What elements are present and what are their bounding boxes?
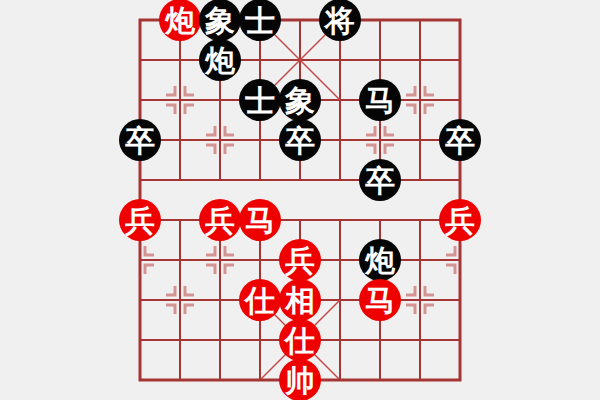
black-cannon-piece[interactable]: 炮 bbox=[199, 39, 241, 81]
point-marker bbox=[425, 305, 434, 314]
red-advisor-piece[interactable]: 仕 bbox=[279, 319, 321, 361]
point-marker bbox=[185, 105, 194, 114]
black-soldier-piece[interactable]: 卒 bbox=[279, 119, 321, 161]
point-marker bbox=[406, 286, 415, 295]
red-soldier-piece[interactable]: 兵 bbox=[119, 199, 161, 241]
xiangqi-board: 炮象士将炮士象马卒卒卒卒兵兵马兵兵炮仕相马仕帅 bbox=[0, 0, 600, 400]
black-soldier-piece[interactable]: 卒 bbox=[119, 119, 161, 161]
point-marker bbox=[225, 126, 234, 135]
black-advisor-piece[interactable]: 士 bbox=[239, 79, 281, 121]
point-marker bbox=[425, 105, 434, 114]
point-marker bbox=[145, 265, 154, 274]
point-marker bbox=[366, 145, 375, 154]
point-marker bbox=[185, 305, 194, 314]
point-marker bbox=[385, 126, 394, 135]
point-marker bbox=[406, 305, 415, 314]
point-marker bbox=[446, 246, 455, 255]
point-marker bbox=[206, 145, 215, 154]
red-soldier-piece[interactable]: 兵 bbox=[279, 239, 321, 281]
point-marker bbox=[166, 86, 175, 95]
point-marker bbox=[206, 246, 215, 255]
point-marker bbox=[145, 246, 154, 255]
black-general-piece[interactable]: 将 bbox=[319, 0, 361, 41]
black-soldier-piece[interactable]: 卒 bbox=[439, 119, 481, 161]
black-elephant-piece[interactable]: 象 bbox=[279, 79, 321, 121]
point-marker bbox=[225, 246, 234, 255]
point-marker bbox=[166, 286, 175, 295]
point-marker bbox=[225, 265, 234, 274]
point-marker bbox=[366, 126, 375, 135]
red-soldier-piece[interactable]: 兵 bbox=[199, 199, 241, 241]
point-marker bbox=[185, 286, 194, 295]
red-horse-piece[interactable]: 马 bbox=[239, 199, 281, 241]
point-marker bbox=[406, 105, 415, 114]
red-soldier-piece[interactable]: 兵 bbox=[439, 199, 481, 241]
black-cannon-piece[interactable]: 炮 bbox=[359, 239, 401, 281]
red-general-piece[interactable]: 帅 bbox=[279, 359, 321, 400]
point-marker bbox=[166, 305, 175, 314]
red-horse-piece[interactable]: 马 bbox=[359, 279, 401, 321]
point-marker bbox=[446, 265, 455, 274]
red-elephant-piece[interactable]: 相 bbox=[279, 279, 321, 321]
point-marker bbox=[225, 145, 234, 154]
point-marker bbox=[206, 265, 215, 274]
red-advisor-piece[interactable]: 仕 bbox=[239, 279, 281, 321]
point-marker bbox=[406, 86, 415, 95]
point-marker bbox=[166, 105, 175, 114]
point-marker bbox=[425, 86, 434, 95]
black-soldier-piece[interactable]: 卒 bbox=[359, 159, 401, 201]
point-marker bbox=[185, 86, 194, 95]
red-cannon-piece[interactable]: 炮 bbox=[159, 0, 201, 41]
point-marker bbox=[425, 286, 434, 295]
point-marker bbox=[385, 145, 394, 154]
point-marker bbox=[206, 126, 215, 135]
black-horse-piece[interactable]: 马 bbox=[359, 79, 401, 121]
black-elephant-piece[interactable]: 象 bbox=[199, 0, 241, 41]
black-advisor-piece[interactable]: 士 bbox=[239, 0, 281, 41]
